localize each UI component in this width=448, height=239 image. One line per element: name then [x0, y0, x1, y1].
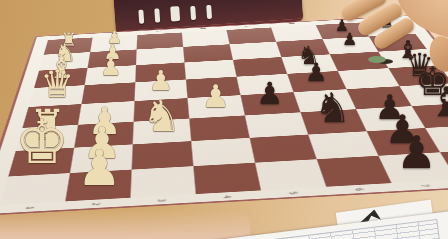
scoresheet-grid [243, 219, 440, 239]
clock-button [206, 5, 212, 19]
clock-button [170, 6, 180, 22]
rank-label-near-3: 3 [156, 199, 166, 202]
rank-label-near-1: 1 [25, 206, 36, 209]
square-g2 [70, 144, 133, 173]
square-f2 [74, 122, 133, 148]
rank-label-near-6: 6 [353, 188, 364, 191]
scoresheet-upper [336, 200, 437, 239]
square-g3 [132, 141, 194, 169]
square-f6 [300, 109, 366, 134]
clock-button [190, 6, 196, 20]
table-edge-tint [0, 209, 250, 239]
square-h7 [378, 152, 448, 183]
scoresheet-logo-mark [356, 209, 382, 225]
square-f3 [133, 119, 191, 145]
square-g1 [8, 148, 74, 177]
square-f4 [189, 115, 249, 141]
rank-label-near-7: 7 [419, 184, 430, 187]
square-g4 [191, 138, 255, 166]
clock-button [138, 10, 144, 24]
square-h3 [131, 166, 196, 198]
chess-game-photo: 1234567 ♜♝♛♚♝♜♟♟♟♟♟♞♟♞♟♟♟♞♟♟♟♟♟♟♜♞♝♛♜♚ [0, 0, 448, 239]
clock-button [154, 8, 160, 22]
square-f5 [245, 112, 308, 138]
square-h2 [65, 170, 131, 202]
rank-label-near-2: 2 [91, 202, 101, 205]
chess-board: 1234567 [0, 20, 448, 205]
fallen-piece-felt-base [368, 56, 386, 63]
rank-label-near-4: 4 [222, 195, 232, 198]
square-h4 [193, 163, 261, 194]
rank-label-near-5: 5 [288, 191, 299, 194]
clock-buttons [138, 4, 212, 24]
square-h5 [255, 159, 326, 190]
square-g5 [250, 135, 317, 163]
square-h1 [0, 173, 70, 205]
